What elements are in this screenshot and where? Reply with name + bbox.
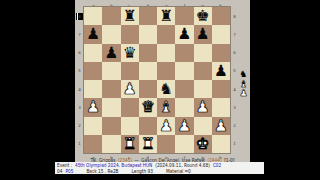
square-h4[interactable] — [212, 80, 230, 98]
white-rook-c1: ♜ — [123, 135, 137, 153]
square-b4[interactable] — [102, 80, 120, 98]
square-c8[interactable]: ♜ — [121, 7, 139, 25]
move-number: 04 — [57, 169, 62, 174]
square-d5[interactable] — [139, 62, 157, 80]
square-c2[interactable] — [121, 117, 139, 135]
file-labels-top: abcdefgh — [84, 1, 230, 7]
event-link[interactable]: 45th Olympiad 2024, Budapest HUN — [75, 163, 152, 168]
white-pawn-g3: ♟ — [196, 98, 210, 116]
rank-1-label: 1 — [232, 135, 239, 153]
nav-status: Back 15 . Re2B — [86, 169, 118, 174]
rank-labels-left: 87654321 — [76, 7, 83, 153]
black-pawn-g7: ♟ — [196, 25, 210, 43]
square-b1[interactable] — [102, 135, 120, 153]
square-f7[interactable]: ♟ — [175, 25, 193, 43]
square-a4[interactable] — [84, 80, 102, 98]
square-h1[interactable] — [212, 135, 230, 153]
white-queen-d3: ♛ — [141, 98, 155, 116]
white-pawn-icon: ♟ — [239, 89, 247, 99]
square-f6[interactable] — [175, 44, 193, 62]
square-d7[interactable] — [139, 25, 157, 43]
square-h8[interactable] — [212, 7, 230, 25]
rank-7-label: 7 — [232, 25, 239, 43]
square-a8[interactable] — [84, 7, 102, 25]
material-status: Material =0 — [166, 169, 191, 174]
square-e5[interactable] — [157, 62, 175, 80]
rank-2-label: 2 — [232, 117, 239, 135]
rank-3-label: 3 — [76, 98, 83, 116]
square-h5[interactable]: ♟ — [212, 62, 230, 80]
square-h7[interactable] — [212, 25, 230, 43]
square-d6[interactable] — [139, 44, 157, 62]
square-g3[interactable]: ♟ — [194, 98, 212, 116]
square-a5[interactable] — [84, 62, 102, 80]
square-f5[interactable] — [175, 62, 193, 80]
square-e4[interactable]: ♞ — [157, 80, 175, 98]
material-balance-panel: ♞♝♟ — [238, 70, 249, 99]
status-line: 04 P05 Back 15 . Re2B Length 93 Material… — [55, 168, 264, 174]
square-g4[interactable] — [194, 80, 212, 98]
black-pawn-a7: ♟ — [86, 25, 100, 43]
square-e2[interactable]: ♟ — [157, 117, 175, 135]
black-queen-c6: ♛ — [123, 44, 137, 62]
black-pawn-b6: ♟ — [104, 44, 118, 62]
square-b3[interactable] — [102, 98, 120, 116]
square-f1[interactable] — [175, 135, 193, 153]
square-g1[interactable]: ♚ — [194, 135, 212, 153]
square-c3[interactable] — [121, 98, 139, 116]
square-f8[interactable] — [175, 7, 193, 25]
square-c6[interactable]: ♛ — [121, 44, 139, 62]
square-b7[interactable] — [102, 25, 120, 43]
square-e3[interactable]: ♝ — [157, 98, 175, 116]
square-b6[interactable]: ♟ — [102, 44, 120, 62]
event-details: (2024.09.11, Round 4.68) — [155, 163, 210, 168]
rank-8-label: 8 — [76, 7, 83, 25]
rank-6-label: 6 — [76, 44, 83, 62]
black-pawn-h5: ♟ — [214, 62, 228, 80]
rank-6-label: 6 — [232, 44, 239, 62]
square-a2[interactable] — [84, 117, 102, 135]
square-c1[interactable]: ♜ — [121, 135, 139, 153]
square-d2[interactable] — [139, 117, 157, 135]
square-g8[interactable]: ♚ — [194, 7, 212, 25]
status-code: P05 — [65, 169, 73, 174]
white-rook-d1: ♜ — [141, 135, 155, 153]
black-knight-e4: ♞ — [159, 80, 173, 98]
black-rook-e8: ♜ — [159, 7, 173, 25]
square-e6[interactable] — [157, 44, 175, 62]
square-d4[interactable] — [139, 80, 157, 98]
square-a6[interactable] — [84, 44, 102, 62]
white-pawn-h2: ♟ — [214, 117, 228, 135]
rank-8-label: 8 — [232, 7, 239, 25]
white-pawn-c4: ♟ — [123, 80, 137, 98]
square-b2[interactable] — [102, 117, 120, 135]
black-king-g8: ♚ — [196, 7, 210, 25]
square-e1[interactable] — [157, 135, 175, 153]
square-a3[interactable]: ♟ — [84, 98, 102, 116]
white-pawn-f2: ♟ — [177, 117, 191, 135]
white-pawn-a3: ♟ — [86, 98, 100, 116]
black-pawn-f7: ♟ — [177, 25, 191, 43]
square-c7[interactable] — [121, 25, 139, 43]
rank-2-label: 2 — [76, 117, 83, 135]
square-a7[interactable]: ♟ — [84, 25, 102, 43]
eco-code: C02 — [213, 163, 221, 168]
square-e7[interactable] — [157, 25, 175, 43]
square-e8[interactable]: ♜ — [157, 7, 175, 25]
info-bar: Event : 45th Olympiad 2024, Budapest HUN… — [55, 162, 264, 174]
square-h2[interactable]: ♟ — [212, 117, 230, 135]
rank-1-label: 1 — [76, 135, 83, 153]
square-h6[interactable] — [212, 44, 230, 62]
white-pawn-e2: ♟ — [159, 117, 173, 135]
rank-7-label: 7 — [76, 25, 83, 43]
rank-4-label: 4 — [76, 80, 83, 98]
video-frame: abcdefgh abcdefgh 87654321 87654321 ♜♜♚♟… — [0, 0, 320, 180]
event-label: Event : — [57, 163, 72, 168]
square-b5[interactable] — [102, 62, 120, 80]
black-rook-c8: ♜ — [123, 7, 137, 25]
chess-board[interactable]: ♜♜♚♟♟♟♟♛♟♟♞♟♛♝♟♟♟♟♜♜♚ — [84, 7, 230, 153]
length-status: Length 93 — [132, 169, 153, 174]
square-h3[interactable] — [212, 98, 230, 116]
square-g6[interactable] — [194, 44, 212, 62]
white-bishop-e3: ♝ — [159, 98, 173, 116]
square-c4[interactable]: ♟ — [121, 80, 139, 98]
square-d3[interactable]: ♛ — [139, 98, 157, 116]
square-b8[interactable] — [102, 7, 120, 25]
square-f2[interactable]: ♟ — [175, 117, 193, 135]
square-c5[interactable] — [121, 62, 139, 80]
square-f3[interactable] — [175, 98, 193, 116]
square-f4[interactable] — [175, 80, 193, 98]
rank-5-label: 5 — [76, 62, 83, 80]
square-d1[interactable]: ♜ — [139, 135, 157, 153]
square-a1[interactable] — [84, 135, 102, 153]
square-g5[interactable] — [194, 62, 212, 80]
rank-3-label: 3 — [232, 98, 239, 116]
square-d8[interactable] — [139, 7, 157, 25]
white-king-g1: ♚ — [196, 135, 210, 153]
square-g7[interactable]: ♟ — [194, 25, 212, 43]
square-g2[interactable] — [194, 117, 212, 135]
